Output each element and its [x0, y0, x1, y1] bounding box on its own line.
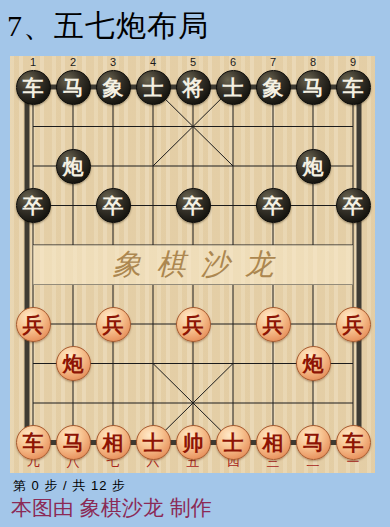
piece-red-advisor: 士: [136, 425, 171, 460]
credit-text: 本图由 象棋沙龙 制作: [11, 494, 212, 522]
file-label-top-7: 7: [263, 56, 283, 69]
piece-black-advisor: 士: [216, 70, 251, 105]
river-band: 象棋沙龙: [33, 245, 353, 285]
piece-black-horse: 马: [56, 70, 91, 105]
piece-black-soldier: 卒: [256, 188, 291, 223]
file-label-top-6: 6: [223, 56, 243, 69]
page-title: 7、五七炮布局: [7, 6, 209, 47]
piece-red-general: 帅: [176, 425, 211, 460]
piece-black-soldier: 卒: [176, 188, 211, 223]
file-label-top-4: 4: [143, 56, 163, 69]
file-label-top-2: 2: [63, 56, 83, 69]
piece-black-soldier: 卒: [336, 188, 371, 223]
file-label-top-5: 5: [183, 56, 203, 69]
piece-black-soldier: 卒: [16, 188, 51, 223]
piece-red-advisor: 士: [216, 425, 251, 460]
file-label-top-1: 1: [23, 56, 43, 69]
piece-black-elephant: 象: [256, 70, 291, 105]
piece-red-soldier: 兵: [336, 307, 371, 342]
piece-red-soldier: 兵: [16, 307, 51, 342]
piece-red-soldier: 兵: [256, 307, 291, 342]
step-indicator: 第 0 步 / 共 12 步: [13, 477, 126, 495]
piece-red-soldier: 兵: [96, 307, 131, 342]
page: 7、五七炮布局 象棋沙龙 123456789 九八七六五四三二一 车马象士将士象…: [0, 0, 390, 527]
piece-red-elephant: 相: [256, 425, 291, 460]
board-watermark: 象棋沙龙: [98, 245, 289, 285]
piece-black-general: 将: [176, 70, 211, 105]
piece-black-advisor: 士: [136, 70, 171, 105]
piece-red-chariot: 车: [16, 425, 51, 460]
piece-black-chariot: 车: [336, 70, 371, 105]
piece-red-elephant: 相: [96, 425, 131, 460]
piece-black-chariot: 车: [16, 70, 51, 105]
piece-red-cannon: 炮: [296, 346, 331, 381]
file-label-top-8: 8: [303, 56, 323, 69]
piece-black-horse: 马: [296, 70, 331, 105]
piece-red-cannon: 炮: [56, 346, 91, 381]
piece-red-chariot: 车: [336, 425, 371, 460]
piece-red-horse: 马: [296, 425, 331, 460]
piece-black-cannon: 炮: [296, 149, 331, 184]
xiangqi-board: 象棋沙龙 123456789 九八七六五四三二一 车马象士将士象马车炮炮卒卒卒卒…: [10, 56, 375, 473]
piece-red-soldier: 兵: [176, 307, 211, 342]
piece-black-elephant: 象: [96, 70, 131, 105]
piece-red-horse: 马: [56, 425, 91, 460]
file-label-top-9: 9: [343, 56, 363, 69]
file-label-top-3: 3: [103, 56, 123, 69]
piece-black-cannon: 炮: [56, 149, 91, 184]
piece-black-soldier: 卒: [96, 188, 131, 223]
